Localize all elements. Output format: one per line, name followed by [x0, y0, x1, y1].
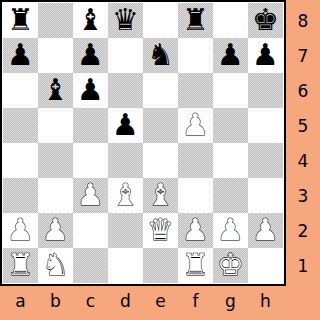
square-e1[interactable]	[143, 248, 178, 283]
square-g4[interactable]	[213, 143, 248, 178]
file-label-d: d	[108, 285, 143, 317]
square-f7[interactable]	[178, 38, 213, 73]
rank-label-1: 1	[286, 248, 320, 283]
rank-label-7: 7	[286, 38, 320, 73]
piece-white-knight[interactable]: ♞	[42, 248, 69, 282]
piece-black-queen[interactable]: ♛	[112, 3, 139, 37]
square-d4[interactable]	[108, 143, 143, 178]
file-label-h: h	[248, 285, 283, 317]
piece-black-pawn[interactable]: ♟	[77, 38, 104, 72]
square-h5[interactable]	[248, 108, 283, 143]
square-f8[interactable]: ♜	[178, 3, 213, 38]
piece-white-pawn[interactable]: ♟	[182, 108, 209, 142]
piece-white-pawn[interactable]: ♟	[77, 178, 104, 212]
square-e3[interactable]: ♝	[143, 178, 178, 213]
chess-board: ♜♝♛♜♚♟♟♞♟♟♝♟♟♟♟♝♝♟♟♛♟♟♟♜♞♜♚	[0, 0, 286, 286]
square-a7[interactable]: ♟	[3, 38, 38, 73]
file-label-b: b	[38, 285, 73, 317]
piece-black-pawn[interactable]: ♟	[217, 38, 244, 72]
piece-white-queen[interactable]: ♛	[147, 213, 174, 247]
square-c6[interactable]: ♟	[73, 73, 108, 108]
square-g7[interactable]: ♟	[213, 38, 248, 73]
square-g6[interactable]	[213, 73, 248, 108]
square-a8[interactable]: ♜	[3, 3, 38, 38]
piece-black-pawn[interactable]: ♟	[77, 73, 104, 107]
piece-black-bishop[interactable]: ♝	[77, 3, 104, 37]
chess-diagram: ♜♝♛♜♚♟♟♞♟♟♝♟♟♟♟♝♝♟♟♛♟♟♟♜♞♜♚ 87654321 abc…	[0, 0, 320, 320]
rank-label-5: 5	[286, 108, 320, 143]
square-h7[interactable]: ♟	[248, 38, 283, 73]
square-d1[interactable]	[108, 248, 143, 283]
piece-white-pawn[interactable]: ♟	[252, 213, 279, 247]
square-g3[interactable]	[213, 178, 248, 213]
square-a5[interactable]	[3, 108, 38, 143]
rank-label-6: 6	[286, 73, 320, 108]
file-label-f: f	[178, 285, 213, 317]
piece-white-pawn[interactable]: ♟	[182, 213, 209, 247]
square-e5[interactable]	[143, 108, 178, 143]
square-f3[interactable]	[178, 178, 213, 213]
square-d5[interactable]: ♟	[108, 108, 143, 143]
rank-label-8: 8	[286, 3, 320, 38]
square-a4[interactable]	[3, 143, 38, 178]
file-label-g: g	[213, 285, 248, 317]
piece-black-rook[interactable]: ♜	[7, 3, 34, 37]
square-b8[interactable]	[38, 3, 73, 38]
square-h4[interactable]	[248, 143, 283, 178]
square-b4[interactable]	[38, 143, 73, 178]
square-b1[interactable]: ♞	[38, 248, 73, 283]
square-c1[interactable]	[73, 248, 108, 283]
square-b5[interactable]	[38, 108, 73, 143]
square-c3[interactable]: ♟	[73, 178, 108, 213]
piece-white-rook[interactable]: ♜	[7, 248, 34, 282]
rank-label-2: 2	[286, 213, 320, 248]
piece-black-bishop[interactable]: ♝	[42, 73, 69, 107]
square-g2[interactable]: ♟	[213, 213, 248, 248]
square-d6[interactable]	[108, 73, 143, 108]
piece-black-pawn[interactable]: ♟	[112, 108, 139, 142]
piece-white-pawn[interactable]: ♟	[217, 213, 244, 247]
rank-label-3: 3	[286, 178, 320, 213]
square-f1[interactable]: ♜	[178, 248, 213, 283]
piece-white-bishop[interactable]: ♝	[147, 178, 174, 212]
square-g5[interactable]	[213, 108, 248, 143]
square-b3[interactable]	[38, 178, 73, 213]
square-d3[interactable]: ♝	[108, 178, 143, 213]
square-h6[interactable]	[248, 73, 283, 108]
square-f6[interactable]	[178, 73, 213, 108]
square-b2[interactable]: ♟	[38, 213, 73, 248]
square-a3[interactable]	[3, 178, 38, 213]
piece-black-pawn[interactable]: ♟	[252, 38, 279, 72]
square-c4[interactable]	[73, 143, 108, 178]
file-label-c: c	[73, 285, 108, 317]
piece-white-king[interactable]: ♚	[217, 248, 244, 282]
square-g1[interactable]: ♚	[213, 248, 248, 283]
square-d7[interactable]	[108, 38, 143, 73]
file-label-e: e	[143, 285, 178, 317]
square-g8[interactable]	[213, 3, 248, 38]
square-c7[interactable]: ♟	[73, 38, 108, 73]
square-a6[interactable]	[3, 73, 38, 108]
square-e4[interactable]	[143, 143, 178, 178]
square-c8[interactable]: ♝	[73, 3, 108, 38]
piece-white-bishop[interactable]: ♝	[112, 178, 139, 212]
square-h3[interactable]	[248, 178, 283, 213]
square-a2[interactable]: ♟	[3, 213, 38, 248]
square-h1[interactable]	[248, 248, 283, 283]
square-c2[interactable]	[73, 213, 108, 248]
square-e6[interactable]	[143, 73, 178, 108]
piece-white-rook[interactable]: ♜	[182, 248, 209, 282]
piece-white-pawn[interactable]: ♟	[7, 213, 34, 247]
rank-labels: 87654321	[286, 3, 320, 283]
square-a1[interactable]: ♜	[3, 248, 38, 283]
square-e2[interactable]: ♛	[143, 213, 178, 248]
square-c5[interactable]	[73, 108, 108, 143]
square-h8[interactable]: ♚	[248, 3, 283, 38]
square-f5[interactable]: ♟	[178, 108, 213, 143]
square-d2[interactable]	[108, 213, 143, 248]
square-f2[interactable]: ♟	[178, 213, 213, 248]
piece-black-rook[interactable]: ♜	[182, 3, 209, 37]
piece-white-pawn[interactable]: ♟	[42, 213, 69, 247]
board-grid: ♜♝♛♜♚♟♟♞♟♟♝♟♟♟♟♝♝♟♟♛♟♟♟♜♞♜♚	[3, 3, 283, 283]
square-e8[interactable]	[143, 3, 178, 38]
piece-black-king[interactable]: ♚	[252, 3, 279, 37]
piece-black-pawn[interactable]: ♟	[7, 38, 34, 72]
square-d8[interactable]: ♛	[108, 3, 143, 38]
square-h2[interactable]: ♟	[248, 213, 283, 248]
square-f4[interactable]	[178, 143, 213, 178]
file-labels: abcdefgh	[3, 285, 283, 317]
rank-label-4: 4	[286, 143, 320, 178]
piece-black-knight[interactable]: ♞	[147, 38, 174, 72]
square-e7[interactable]: ♞	[143, 38, 178, 73]
square-b6[interactable]: ♝	[38, 73, 73, 108]
square-b7[interactable]	[38, 38, 73, 73]
file-label-a: a	[3, 285, 38, 317]
